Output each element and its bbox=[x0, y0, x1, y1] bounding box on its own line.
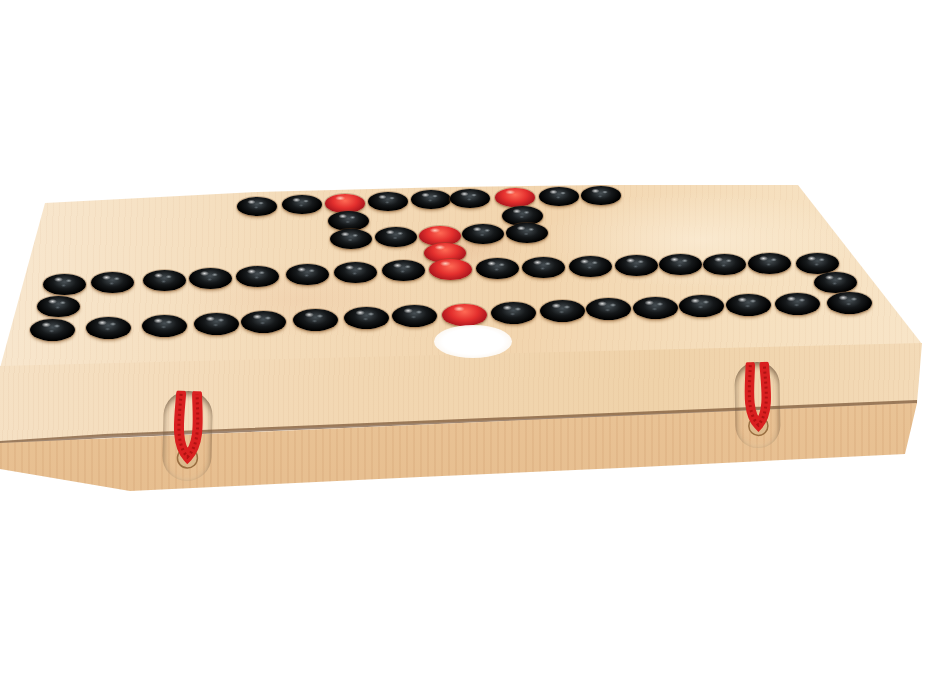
black-marble[interactable] bbox=[189, 268, 232, 289]
black-marble[interactable] bbox=[476, 258, 519, 279]
black-marble[interactable] bbox=[703, 254, 746, 275]
black-marble[interactable] bbox=[748, 253, 791, 274]
black-marble[interactable] bbox=[282, 195, 322, 214]
red-marble[interactable] bbox=[495, 188, 535, 207]
black-marble[interactable] bbox=[143, 270, 186, 291]
black-marble[interactable] bbox=[30, 319, 75, 341]
black-marble[interactable] bbox=[491, 302, 536, 324]
black-marble[interactable] bbox=[450, 189, 490, 208]
black-marble[interactable] bbox=[506, 223, 548, 243]
black-marble[interactable] bbox=[43, 274, 86, 295]
left-strap bbox=[162, 390, 213, 481]
black-marble[interactable] bbox=[679, 295, 724, 317]
black-marble[interactable] bbox=[615, 255, 658, 276]
right-strap-slot bbox=[734, 362, 780, 449]
black-marble[interactable] bbox=[330, 229, 372, 249]
left-red-strap-loop[interactable] bbox=[178, 394, 198, 457]
black-marble[interactable] bbox=[633, 297, 678, 319]
black-marble[interactable] bbox=[86, 317, 131, 339]
black-marble[interactable] bbox=[586, 298, 631, 320]
black-marble[interactable] bbox=[368, 192, 408, 211]
black-marble[interactable] bbox=[344, 307, 389, 329]
black-marble[interactable] bbox=[796, 253, 839, 274]
black-marble[interactable] bbox=[142, 315, 187, 337]
black-marble[interactable] bbox=[91, 272, 134, 293]
black-marble[interactable] bbox=[334, 262, 377, 283]
black-marble[interactable] bbox=[827, 292, 872, 314]
black-marble[interactable] bbox=[726, 294, 771, 316]
black-marble[interactable] bbox=[194, 313, 239, 335]
black-marble[interactable] bbox=[293, 309, 338, 331]
black-marble[interactable] bbox=[540, 300, 585, 322]
black-marble[interactable] bbox=[659, 254, 702, 275]
black-marble[interactable] bbox=[375, 227, 417, 247]
black-marble[interactable] bbox=[775, 293, 820, 315]
black-marble[interactable] bbox=[522, 257, 565, 278]
black-marble[interactable] bbox=[581, 186, 621, 205]
black-marble[interactable] bbox=[37, 296, 80, 317]
right-strap bbox=[734, 362, 780, 449]
black-marble[interactable] bbox=[241, 311, 286, 333]
black-marble[interactable] bbox=[286, 264, 329, 285]
black-marble[interactable] bbox=[539, 187, 579, 206]
black-marble[interactable] bbox=[569, 256, 612, 277]
black-marble[interactable] bbox=[328, 211, 369, 231]
red-marble[interactable] bbox=[325, 194, 365, 213]
black-marble[interactable] bbox=[814, 272, 857, 293]
black-marble[interactable] bbox=[462, 224, 504, 244]
black-marble[interactable] bbox=[411, 190, 451, 209]
goal-hole[interactable] bbox=[434, 325, 512, 358]
board-photo bbox=[0, 0, 928, 686]
left-strap-slot bbox=[162, 390, 213, 481]
red-marble[interactable] bbox=[442, 304, 487, 326]
black-marble[interactable] bbox=[237, 197, 277, 216]
black-marble[interactable] bbox=[392, 305, 437, 327]
black-marble[interactable] bbox=[382, 260, 425, 281]
black-marble[interactable] bbox=[236, 266, 279, 287]
red-marble[interactable] bbox=[429, 259, 472, 280]
